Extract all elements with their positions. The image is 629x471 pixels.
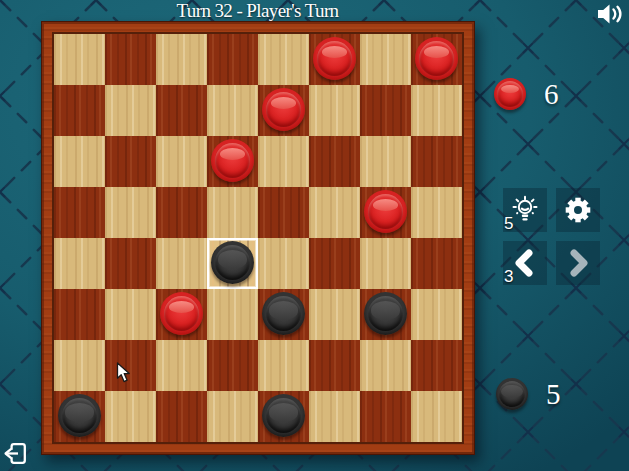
cell-r2-c4 xyxy=(258,136,309,187)
cell-r0-c1[interactable] xyxy=(105,34,156,85)
cell-r3-c3 xyxy=(207,187,258,238)
cell-r7-c7 xyxy=(411,391,462,442)
cell-r2-c5[interactable] xyxy=(309,136,360,187)
cell-r1-c6[interactable] xyxy=(360,85,411,136)
cell-r2-c7[interactable] xyxy=(411,136,462,187)
gear-icon xyxy=(562,194,594,226)
cell-r1-c3 xyxy=(207,85,258,136)
settings-button[interactable] xyxy=(556,188,600,232)
red-checker[interactable] xyxy=(262,88,305,131)
cell-r7-c0[interactable] xyxy=(54,391,105,442)
cell-r6-c7[interactable] xyxy=(411,340,462,391)
cell-r6-c4 xyxy=(258,340,309,391)
exit-button[interactable] xyxy=(3,440,29,467)
black-checker-icon xyxy=(496,378,528,410)
cell-r6-c5[interactable] xyxy=(309,340,360,391)
cell-r4-c0 xyxy=(54,238,105,289)
cell-r0-c7[interactable] xyxy=(411,34,462,85)
cell-r0-c5[interactable] xyxy=(309,34,360,85)
sound-button[interactable] xyxy=(596,2,626,26)
chevron-left-icon xyxy=(509,247,541,279)
red-checker-icon xyxy=(494,78,526,110)
black-checker[interactable] xyxy=(262,292,305,335)
cell-r7-c2[interactable] xyxy=(156,391,207,442)
red-piece-counter: 6 xyxy=(494,78,559,110)
cell-r1-c1 xyxy=(105,85,156,136)
cell-r2-c0 xyxy=(54,136,105,187)
checkers-game-screen: Turn 32 - Player's Turn 6 5 xyxy=(0,0,629,471)
cell-r3-c2[interactable] xyxy=(156,187,207,238)
cell-r0-c3[interactable] xyxy=(207,34,258,85)
cell-r5-c6[interactable] xyxy=(360,289,411,340)
cell-r3-c1 xyxy=(105,187,156,238)
red-checker[interactable] xyxy=(364,190,407,233)
cell-r7-c6[interactable] xyxy=(360,391,411,442)
cell-r7-c3 xyxy=(207,391,258,442)
undo-count-badge: 3 xyxy=(504,268,513,285)
cell-r1-c0[interactable] xyxy=(54,85,105,136)
red-checker[interactable] xyxy=(160,292,203,335)
black-checker[interactable] xyxy=(364,292,407,335)
cell-r5-c5 xyxy=(309,289,360,340)
red-piece-count: 6 xyxy=(544,78,559,110)
cell-r7-c1 xyxy=(105,391,156,442)
turn-indicator: Turn 32 - Player's Turn xyxy=(41,0,474,21)
black-checker[interactable] xyxy=(58,394,101,437)
cell-r3-c0[interactable] xyxy=(54,187,105,238)
cell-r6-c3[interactable] xyxy=(207,340,258,391)
red-checker[interactable] xyxy=(313,37,356,80)
lightbulb-icon xyxy=(509,194,541,226)
cell-r6-c1[interactable] xyxy=(105,340,156,391)
cell-r2-c1[interactable] xyxy=(105,136,156,187)
cell-r3-c7 xyxy=(411,187,462,238)
cell-r4-c6 xyxy=(360,238,411,289)
black-checker[interactable] xyxy=(262,394,305,437)
cell-r4-c4 xyxy=(258,238,309,289)
cell-r7-c4[interactable] xyxy=(258,391,309,442)
speaker-on-icon xyxy=(596,2,626,26)
cell-r4-c2 xyxy=(156,238,207,289)
red-checker[interactable] xyxy=(415,37,458,80)
cell-r5-c2[interactable] xyxy=(156,289,207,340)
cell-r4-c3-selected[interactable] xyxy=(207,238,258,289)
cell-r2-c3[interactable] xyxy=(207,136,258,187)
red-checker[interactable] xyxy=(211,139,254,182)
cell-r6-c6 xyxy=(360,340,411,391)
cell-r5-c0[interactable] xyxy=(54,289,105,340)
cell-r5-c3 xyxy=(207,289,258,340)
cell-r0-c4 xyxy=(258,34,309,85)
cell-r0-c0 xyxy=(54,34,105,85)
hint-count-badge: 5 xyxy=(504,215,513,232)
cell-r0-c2 xyxy=(156,34,207,85)
undo-button[interactable]: 3 xyxy=(503,241,547,285)
checkers-board xyxy=(41,21,475,455)
cell-r1-c4[interactable] xyxy=(258,85,309,136)
cell-r4-c1[interactable] xyxy=(105,238,156,289)
cell-r1-c2[interactable] xyxy=(156,85,207,136)
cell-r6-c0 xyxy=(54,340,105,391)
board-grid xyxy=(54,34,462,442)
cell-r1-c5 xyxy=(309,85,360,136)
black-piece-counter: 5 xyxy=(496,378,561,410)
cell-r5-c4[interactable] xyxy=(258,289,309,340)
cell-r6-c2 xyxy=(156,340,207,391)
cell-r3-c6[interactable] xyxy=(360,187,411,238)
cell-r7-c5 xyxy=(309,391,360,442)
cell-r3-c5 xyxy=(309,187,360,238)
cell-r3-c4[interactable] xyxy=(258,187,309,238)
chevron-right-icon xyxy=(562,247,594,279)
redo-button-disabled[interactable] xyxy=(556,241,600,285)
cell-r2-c6 xyxy=(360,136,411,187)
cell-r4-c5[interactable] xyxy=(309,238,360,289)
black-checker[interactable] xyxy=(211,241,254,284)
cell-r5-c7 xyxy=(411,289,462,340)
cell-r5-c1 xyxy=(105,289,156,340)
cell-r2-c2 xyxy=(156,136,207,187)
black-piece-count: 5 xyxy=(546,378,561,410)
cell-r4-c7[interactable] xyxy=(411,238,462,289)
cell-r0-c6 xyxy=(360,34,411,85)
hint-button[interactable]: 5 xyxy=(503,188,547,232)
cell-r1-c7 xyxy=(411,85,462,136)
exit-icon xyxy=(3,440,29,467)
